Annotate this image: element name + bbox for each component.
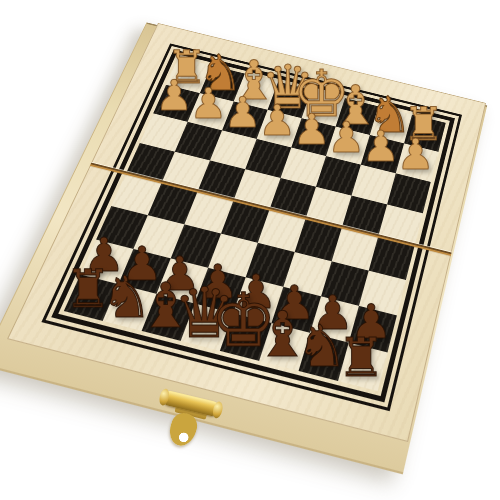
piece-white-pawn[interactable]: ♟ [327,117,365,159]
piece-white-pawn[interactable]: ♟ [258,100,296,142]
piece-black-rook[interactable]: ♜ [337,332,385,385]
pieces-layer: ♜♞♝♛♚♝♞♜♟♟♟♟♟♟♟♟♟♟♟♟♟♟♟♟♜♞♝♛♚♝♞♜ [0,0,500,500]
piece-white-pawn[interactable]: ♟ [293,109,331,151]
piece-white-pawn[interactable]: ♟ [224,92,262,134]
piece-white-pawn[interactable]: ♟ [397,134,435,177]
product-photo-stage: ♜♞♝♛♚♝♞♜♟♟♟♟♟♟♟♟♟♟♟♟♟♟♟♟♜♞♝♛♚♝♞♜ [0,0,500,500]
piece-white-pawn[interactable]: ♟ [155,75,193,117]
piece-white-pawn[interactable]: ♟ [190,84,228,126]
piece-white-pawn[interactable]: ♟ [362,126,400,169]
